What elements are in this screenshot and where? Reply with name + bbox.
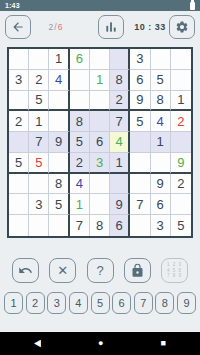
cell-r9c4[interactable]: 7 — [70, 215, 90, 236]
android-nav-bar: ◀ ● ■ — [0, 332, 200, 355]
cell-r3c6[interactable]: 2 — [110, 91, 130, 112]
nav-back-icon[interactable]: ◀ — [34, 339, 41, 349]
cell-r4c3[interactable] — [49, 111, 69, 132]
cell-r4c4[interactable]: 8 — [70, 111, 90, 132]
cell-r9c3[interactable] — [49, 215, 69, 236]
cell-r8c9[interactable] — [171, 194, 191, 215]
cell-r5c3[interactable]: 9 — [49, 132, 69, 153]
cell-r6c7[interactable] — [130, 153, 150, 174]
cell-r7c4[interactable]: 4 — [70, 174, 90, 195]
mistakes-total: 6 — [58, 22, 64, 32]
sudoku-grid: 1633241865529812187542795641552319849235… — [7, 47, 193, 238]
cell-r9c7[interactable] — [130, 215, 150, 236]
numpad-button-3[interactable]: 3 — [47, 292, 66, 314]
numpad-button-1[interactable]: 1 — [4, 292, 23, 314]
nav-recents-icon[interactable]: ■ — [161, 339, 166, 348]
back-button[interactable] — [5, 15, 31, 39]
cell-r1c9[interactable] — [171, 49, 191, 70]
battery-icon — [190, 2, 195, 10]
cell-r7c3[interactable]: 8 — [49, 174, 69, 195]
numpad-button-7[interactable]: 7 — [134, 292, 153, 314]
cell-r4c1[interactable]: 2 — [9, 111, 29, 132]
nav-home-icon[interactable]: ● — [98, 339, 103, 348]
cell-r2c1[interactable]: 3 — [9, 70, 29, 91]
cell-r8c5[interactable] — [90, 194, 110, 215]
notes-digits-row3: 7 8 9 — [167, 273, 182, 279]
cell-r2c3[interactable]: 4 — [49, 70, 69, 91]
clock-time: 1:43 — [5, 2, 20, 9]
numpad-button-9[interactable]: 9 — [177, 292, 196, 314]
cell-r7c1[interactable] — [9, 174, 29, 195]
cell-r5c1[interactable] — [9, 132, 29, 153]
cell-r3c2[interactable]: 5 — [29, 91, 49, 112]
bar-chart-icon — [104, 20, 118, 34]
cell-r2c8[interactable]: 5 — [151, 70, 171, 91]
cell-r2c6[interactable]: 8 — [110, 70, 130, 91]
numpad-button-2[interactable]: 2 — [26, 292, 45, 314]
gear-icon — [175, 20, 189, 34]
erase-x-icon: ✕ — [57, 263, 68, 278]
cell-r1c3[interactable]: 1 — [49, 49, 69, 70]
notes-button[interactable]: 1 2 3 4 5 6 7 8 9 — [161, 258, 188, 283]
cell-r8c8[interactable]: 6 — [151, 194, 171, 215]
status-bar: 1:43 — [0, 0, 200, 11]
cell-r9c5[interactable]: 8 — [90, 215, 110, 236]
cell-r3c5[interactable] — [90, 91, 110, 112]
hint-button[interactable]: ? — [87, 258, 114, 283]
number-pad: 123456789 — [0, 292, 200, 314]
question-mark-icon: ? — [96, 263, 103, 278]
cell-r2c9[interactable] — [171, 70, 191, 91]
undo-button[interactable] — [12, 258, 39, 283]
cell-r6c1[interactable]: 5 — [9, 153, 29, 174]
cell-r4c9[interactable]: 2 — [171, 111, 191, 132]
settings-button[interactable] — [169, 15, 195, 39]
cell-r8c3[interactable]: 5 — [49, 194, 69, 215]
cell-r1c2[interactable] — [29, 49, 49, 70]
cell-r9c9[interactable]: 5 — [171, 215, 191, 236]
cell-r4c6[interactable]: 7 — [110, 111, 130, 132]
cell-r9c6[interactable]: 6 — [110, 215, 130, 236]
undo-icon — [18, 263, 33, 278]
cell-r5c8[interactable]: 1 — [151, 132, 171, 153]
tool-row: ✕ ? 1 2 3 4 5 6 7 8 9 — [0, 258, 200, 284]
cell-r2c4[interactable] — [70, 70, 90, 91]
mistakes-counter: 2 / 6 — [36, 11, 76, 43]
numpad-button-5[interactable]: 5 — [91, 292, 110, 314]
cell-r8c1[interactable] — [9, 194, 29, 215]
cell-r6c4[interactable]: 2 — [70, 153, 90, 174]
game-timer: 10 : 33 — [130, 11, 170, 43]
cell-r2c2[interactable]: 2 — [29, 70, 49, 91]
numpad-button-8[interactable]: 8 — [155, 292, 174, 314]
cell-r5c7[interactable] — [130, 132, 150, 153]
lock-button[interactable] — [124, 258, 151, 283]
stats-button[interactable] — [98, 15, 124, 39]
cell-r2c5[interactable]: 1 — [90, 70, 110, 91]
cell-r5c2[interactable]: 7 — [29, 132, 49, 153]
cell-r7c2[interactable] — [29, 174, 49, 195]
cell-r5c5[interactable]: 6 — [90, 132, 110, 153]
cell-r3c7[interactable]: 9 — [130, 91, 150, 112]
cell-r9c2[interactable] — [29, 215, 49, 236]
cell-r3c8[interactable]: 8 — [151, 91, 171, 112]
cell-r7c5[interactable] — [90, 174, 110, 195]
cell-r4c2[interactable]: 1 — [29, 111, 49, 132]
cell-r2c7[interactable]: 6 — [130, 70, 150, 91]
cell-r3c1[interactable] — [9, 91, 29, 112]
cell-r5c4[interactable]: 5 — [70, 132, 90, 153]
cell-r5c9[interactable] — [171, 132, 191, 153]
cell-r8c6[interactable]: 9 — [110, 194, 130, 215]
cell-r9c8[interactable]: 3 — [151, 215, 171, 236]
cell-r7c7[interactable] — [130, 174, 150, 195]
numpad-button-4[interactable]: 4 — [69, 292, 88, 314]
cell-r1c4[interactable]: 6 — [70, 49, 90, 70]
cell-r4c8[interactable]: 4 — [151, 111, 171, 132]
arrow-back-icon — [11, 20, 25, 34]
cell-r1c7[interactable]: 3 — [130, 49, 150, 70]
cell-r3c3[interactable] — [49, 91, 69, 112]
cell-r7c8[interactable]: 9 — [151, 174, 171, 195]
cell-r4c7[interactable]: 5 — [130, 111, 150, 132]
cell-r6c3[interactable] — [49, 153, 69, 174]
cell-r3c9[interactable]: 1 — [171, 91, 191, 112]
cell-r1c5[interactable] — [90, 49, 110, 70]
cell-r7c9[interactable]: 2 — [171, 174, 191, 195]
cell-r6c5[interactable]: 3 — [90, 153, 110, 174]
cell-r8c2[interactable]: 3 — [29, 194, 49, 215]
cell-r6c2[interactable]: 5 — [29, 153, 49, 174]
cell-r6c6[interactable]: 1 — [110, 153, 130, 174]
app-toolbar: 2 / 6 10 : 33 — [0, 11, 200, 47]
cell-r3c4[interactable] — [70, 91, 90, 112]
cell-r1c8[interactable] — [151, 49, 171, 70]
numpad-button-6[interactable]: 6 — [112, 292, 131, 314]
cell-r8c7[interactable]: 7 — [130, 194, 150, 215]
lock-icon — [130, 263, 145, 278]
cell-r7c6[interactable] — [110, 174, 130, 195]
cell-r6c9[interactable]: 9 — [171, 153, 191, 174]
cell-r4c5[interactable] — [90, 111, 110, 132]
erase-button[interactable]: ✕ — [49, 258, 76, 283]
cell-r1c6[interactable] — [110, 49, 130, 70]
cell-r5c6[interactable]: 4 — [110, 132, 130, 153]
cell-r6c8[interactable] — [151, 153, 171, 174]
cell-r8c4[interactable]: 1 — [70, 194, 90, 215]
cell-r1c1[interactable] — [9, 49, 29, 70]
cell-r9c1[interactable] — [9, 215, 29, 236]
